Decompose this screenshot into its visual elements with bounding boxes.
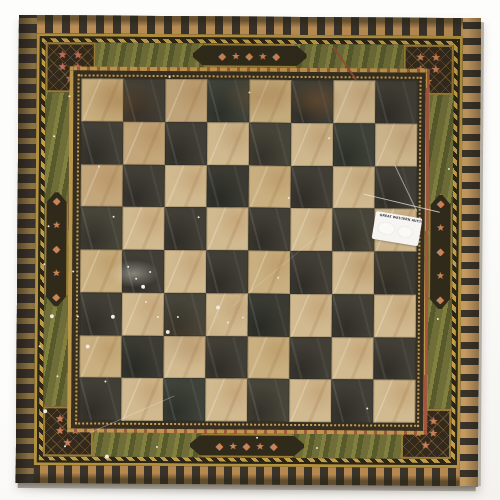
square-e1 (247, 379, 289, 422)
square-c6 (165, 165, 207, 208)
border-medallion-top: ◆ ★ ◆ ★ ◆ (191, 43, 309, 68)
square-a6 (81, 164, 123, 207)
square-d8 (207, 79, 249, 122)
square-h8 (375, 80, 417, 123)
square-a7 (81, 121, 123, 164)
square-h4 (374, 251, 416, 294)
square-a1 (79, 378, 121, 421)
square-g4 (332, 251, 374, 294)
star-diamond-motif: ◆ ★ ◆ ★ ◆ (216, 440, 279, 451)
square-h6 (375, 166, 417, 209)
square-b4 (122, 250, 164, 293)
square-g7 (333, 123, 375, 166)
square-a3 (80, 292, 122, 335)
square-e6 (249, 165, 291, 208)
photo-background: ★ ★ ★ ★ ★ ★ ★ ★ ★ ★ ★ ★ ★ ★ ★ ★ ★ ★ ★ ★ … (0, 0, 500, 500)
square-d7 (207, 122, 249, 165)
square-a8 (81, 78, 123, 121)
square-c4 (164, 250, 206, 293)
square-e7 (249, 122, 291, 165)
square-g8 (333, 80, 375, 123)
square-g5 (332, 208, 374, 251)
square-g2 (331, 337, 373, 380)
square-e4 (248, 251, 290, 294)
square-b7 (123, 121, 165, 164)
square-b8 (123, 79, 165, 122)
square-e3 (248, 293, 290, 336)
square-f3 (290, 294, 332, 337)
square-f6 (291, 165, 333, 208)
square-c8 (165, 79, 207, 122)
square-c5 (164, 207, 206, 250)
square-d4 (206, 250, 248, 293)
square-d2 (205, 336, 247, 379)
square-h7 (375, 123, 417, 166)
square-h1 (373, 380, 415, 423)
square-d6 (207, 165, 249, 208)
square-h2 (373, 337, 415, 380)
square-f1 (289, 379, 331, 422)
square-g3 (332, 294, 374, 337)
border-medallion-left: ◆ ★ ◆ ★ ◆ (44, 190, 69, 308)
square-e8 (249, 80, 291, 123)
square-f7 (291, 123, 333, 166)
square-c2 (163, 336, 205, 379)
square-e5 (248, 208, 290, 251)
square-c7 (165, 122, 207, 165)
square-a2 (79, 335, 121, 378)
chessboard (79, 78, 417, 422)
square-f2 (289, 336, 331, 379)
square-g1 (331, 379, 373, 422)
square-d3 (206, 293, 248, 336)
square-a4 (80, 249, 122, 292)
star-diamond-motif: ◆ ★ ◆ ★ ◆ (434, 198, 446, 306)
square-d1 (205, 379, 247, 422)
border-medallion-right: ◆ ★ ◆ ★ ◆ (428, 193, 453, 311)
square-f8 (291, 80, 333, 123)
star-diamond-motif: ◆ ★ ◆ ★ ◆ (50, 195, 62, 303)
square-b3 (122, 292, 164, 335)
square-b5 (122, 207, 164, 250)
chessboard-photo: ★ ★ ★ ★ ★ ★ ★ ★ ★ ★ ★ ★ ★ ★ ★ ★ ★ ★ ★ ★ … (16, 15, 481, 486)
square-e2 (247, 336, 289, 379)
square-f5 (290, 208, 332, 251)
paint-speckles (19, 15, 21, 17)
board-edge-bottom (16, 465, 478, 486)
board-edge-right (460, 18, 481, 486)
square-b2 (121, 335, 163, 378)
square-g6 (333, 166, 375, 209)
square-c1 (163, 378, 205, 421)
square-b6 (123, 164, 165, 207)
square-a5 (80, 207, 122, 250)
square-h3 (374, 294, 416, 337)
square-b1 (121, 378, 163, 421)
star-diamond-motif: ◆ ★ ◆ ★ ◆ (218, 50, 281, 61)
sticker-oval-mark (396, 225, 414, 239)
square-d5 (206, 208, 248, 251)
square-f4 (290, 251, 332, 294)
sticker-oval-mark (376, 221, 396, 237)
border-medallion-bottom: ◆ ★ ◆ ★ ◆ (188, 433, 306, 458)
square-c3 (164, 293, 206, 336)
